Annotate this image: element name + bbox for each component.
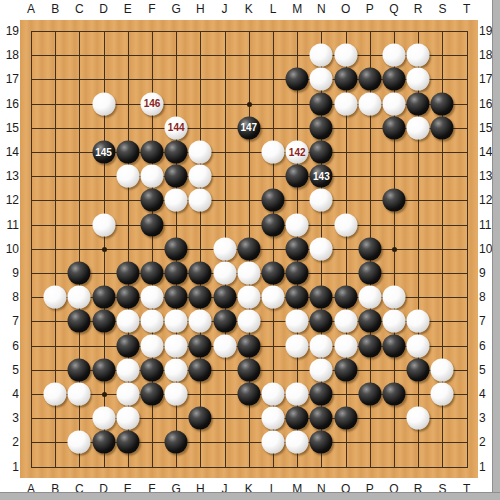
white-stone-F6[interactable] [141,334,164,357]
coordinate-label-row-left: 10 [0,242,19,256]
black-stone-K6[interactable] [237,334,260,357]
white-stone-R15[interactable] [407,116,430,139]
black-stone-F9[interactable] [141,262,164,285]
coordinate-label-row-left: 2 [0,435,19,449]
black-stone-O5[interactable] [334,358,357,381]
coordinate-label-row-left: 9 [0,266,19,280]
black-stone-P17[interactable] [358,68,381,91]
white-stone-M14[interactable]: 142 [286,141,309,164]
black-stone-L9[interactable] [262,262,285,285]
white-stone-J6[interactable] [213,334,236,357]
coordinate-label-row-left: 11 [0,218,19,232]
white-stone-K9[interactable] [237,262,260,285]
white-stone-Q8[interactable] [383,286,406,309]
white-stone-L14[interactable] [262,141,285,164]
black-stone-N13[interactable]: 143 [310,165,333,188]
black-stone-N3[interactable] [310,407,333,430]
coordinate-label-column-top: S [430,2,454,16]
white-stone-K7[interactable] [237,310,260,333]
coordinate-label-column-top: P [358,2,382,16]
white-stone-S5[interactable] [431,358,454,381]
white-stone-H13[interactable] [189,165,212,188]
black-stone-G10[interactable] [165,237,188,260]
black-stone-N16[interactable] [310,92,333,115]
black-stone-O17[interactable] [334,68,357,91]
black-stone-F5[interactable] [141,358,164,381]
black-stone-L11[interactable] [262,213,285,236]
white-stone-H12[interactable] [189,189,212,212]
black-stone-E14[interactable] [116,141,139,164]
white-stone-C2[interactable] [68,431,91,454]
black-stone-C7[interactable] [68,310,91,333]
white-stone-D11[interactable] [92,213,115,236]
black-stone-D14[interactable]: 145 [92,141,115,164]
white-stone-R3[interactable] [407,407,430,430]
black-stone-J8[interactable] [213,286,236,309]
black-stone-N4[interactable] [310,383,333,406]
hoshi-point [392,247,397,252]
white-stone-N17[interactable] [310,68,333,91]
hoshi-point [247,102,252,107]
white-stone-R18[interactable] [407,44,430,67]
white-stone-O6[interactable] [334,334,357,357]
coordinate-label-column-top: T [455,2,479,16]
black-stone-D5[interactable] [92,358,115,381]
black-stone-C9[interactable] [68,262,91,285]
black-stone-M8[interactable] [286,286,309,309]
coordinate-label-column-top: C [67,2,91,16]
white-stone-F13[interactable] [141,165,164,188]
white-stone-N12[interactable] [310,189,333,212]
white-stone-G4[interactable] [165,383,188,406]
black-stone-S16[interactable] [431,92,454,115]
black-stone-M17[interactable] [286,68,309,91]
coordinate-label-column-top: Q [382,2,406,16]
black-stone-R16[interactable] [407,92,430,115]
white-stone-J10[interactable] [213,237,236,260]
white-stone-G15[interactable]: 144 [165,116,188,139]
black-stone-G8[interactable] [165,286,188,309]
white-stone-M11[interactable] [286,213,309,236]
black-stone-H3[interactable] [189,407,212,430]
white-stone-G12[interactable] [165,189,188,212]
black-stone-N7[interactable] [310,310,333,333]
white-stone-F8[interactable] [141,286,164,309]
grid-line-horizontal [31,467,468,468]
coordinate-label-column-top: L [261,2,285,16]
white-stone-O7[interactable] [334,310,357,333]
white-stone-H7[interactable] [189,310,212,333]
horizontal-scrollbar[interactable] [0,492,500,500]
move-number-label: 143 [313,171,330,181]
white-stone-S4[interactable] [431,383,454,406]
white-stone-R17[interactable] [407,68,430,91]
white-stone-N6[interactable] [310,334,333,357]
black-stone-N2[interactable] [310,431,333,454]
coordinate-label-column-top: D [92,2,116,16]
white-stone-L4[interactable] [262,383,285,406]
white-stone-C4[interactable] [68,383,91,406]
black-stone-G13[interactable] [165,165,188,188]
white-stone-R7[interactable] [407,310,430,333]
black-stone-D2[interactable] [92,431,115,454]
black-stone-S15[interactable] [431,116,454,139]
black-stone-P7[interactable] [358,310,381,333]
black-stone-N14[interactable] [310,141,333,164]
black-stone-F11[interactable] [141,213,164,236]
coordinate-label-column-top: M [285,2,309,16]
white-stone-P8[interactable] [358,286,381,309]
white-stone-O16[interactable] [334,92,357,115]
black-stone-H6[interactable] [189,334,212,357]
black-stone-P6[interactable] [358,334,381,357]
coordinate-label-row-left: 14 [0,145,19,159]
coordinate-label-row-left: 18 [0,48,19,62]
white-stone-E3[interactable] [116,407,139,430]
coordinate-label-column-top: R [406,2,430,16]
black-stone-E2[interactable] [116,431,139,454]
white-stone-N18[interactable] [310,44,333,67]
black-stone-D8[interactable] [92,286,115,309]
coordinate-label-row-left: 15 [0,121,19,135]
white-stone-P16[interactable] [358,92,381,115]
black-stone-M10[interactable] [286,237,309,260]
black-stone-N15[interactable] [310,116,333,139]
white-stone-R6[interactable] [407,334,430,357]
black-stone-H9[interactable] [189,262,212,285]
coordinate-label-column-top: G [164,2,188,16]
black-stone-M13[interactable] [286,165,309,188]
black-stone-O3[interactable] [334,407,357,430]
coordinate-label-row-left: 1 [0,460,19,474]
hoshi-point [102,247,107,252]
black-stone-N8[interactable] [310,286,333,309]
white-stone-G7[interactable] [165,310,188,333]
white-stone-J9[interactable] [213,262,236,285]
white-stone-E7[interactable] [116,310,139,333]
black-stone-P9[interactable] [358,262,381,285]
coordinate-label-row-left: 19 [0,24,19,38]
white-stone-Q18[interactable] [383,44,406,67]
coordinate-label-column-top: K [237,2,261,16]
coordinate-label-row-left: 5 [0,363,19,377]
black-stone-K4[interactable] [237,383,260,406]
black-stone-Q6[interactable] [383,334,406,357]
black-stone-O8[interactable] [334,286,357,309]
black-stone-F12[interactable] [141,189,164,212]
black-stone-M9[interactable] [286,262,309,285]
white-stone-L2[interactable] [262,431,285,454]
black-stone-Q12[interactable] [383,189,406,212]
move-number-label: 144 [168,123,185,133]
grid-line-vertical [467,31,468,468]
black-stone-G9[interactable] [165,262,188,285]
coordinate-label-row-left: 16 [0,97,19,111]
white-stone-F7[interactable] [141,310,164,333]
coordinate-label-column-top: N [309,2,333,16]
white-stone-O11[interactable] [334,213,357,236]
coordinate-label-column-top: B [43,2,67,16]
white-stone-L3[interactable] [262,407,285,430]
white-stone-O18[interactable] [334,44,357,67]
black-stone-K10[interactable] [237,237,260,260]
white-stone-C8[interactable] [68,286,91,309]
black-stone-R5[interactable] [407,358,430,381]
coordinate-label-row-left: 7 [0,314,19,328]
coordinate-label-row-left: 4 [0,387,19,401]
black-stone-C5[interactable] [68,358,91,381]
coordinate-label-row-left: 13 [0,169,19,183]
coordinate-label-row-left: 8 [0,290,19,304]
white-stone-E13[interactable] [116,165,139,188]
white-stone-N10[interactable] [310,237,333,260]
white-stone-D3[interactable] [92,407,115,430]
black-stone-H5[interactable] [189,358,212,381]
white-stone-K8[interactable] [237,286,260,309]
coordinate-label-column-top: H [188,2,212,16]
black-stone-D7[interactable] [92,310,115,333]
coordinate-label-column-top: A [19,2,43,16]
white-stone-M2[interactable] [286,431,309,454]
white-stone-L8[interactable] [262,286,285,309]
coordinate-label-column-top: J [213,2,237,16]
white-stone-M7[interactable] [286,310,309,333]
move-number-label: 142 [289,147,306,157]
coordinate-label-row-left: 12 [0,193,19,207]
black-stone-L12[interactable] [262,189,285,212]
white-stone-G6[interactable] [165,334,188,357]
black-stone-P4[interactable] [358,383,381,406]
white-stone-B8[interactable] [44,286,67,309]
black-stone-P10[interactable] [358,237,381,260]
white-stone-G5[interactable] [165,358,188,381]
coordinate-label-column-top: O [334,2,358,16]
coordinate-label-column-top: E [116,2,140,16]
black-stone-E8[interactable] [116,286,139,309]
move-number-label: 145 [95,147,112,157]
coordinate-label-row-left: 17 [0,72,19,86]
white-stone-M6[interactable] [286,334,309,357]
black-stone-E9[interactable] [116,262,139,285]
white-stone-M4[interactable] [286,383,309,406]
black-stone-E6[interactable] [116,334,139,357]
move-number-label: 147 [240,123,257,133]
black-stone-Q17[interactable] [383,68,406,91]
vertical-scrollbar[interactable] [492,0,500,500]
black-stone-J7[interactable] [213,310,236,333]
black-stone-M3[interactable] [286,407,309,430]
white-stone-D16[interactable] [92,92,115,115]
white-stone-N5[interactable] [310,358,333,381]
white-stone-Q7[interactable] [383,310,406,333]
black-stone-K15[interactable]: 147 [237,116,260,139]
white-stone-Q16[interactable] [383,92,406,115]
move-number-label: 146 [144,99,161,109]
coordinate-label-column-top: F [140,2,164,16]
go-app-window: AABBCCDDEEFFGGHHJJKKLLMMNNOOPPQQRRSSTT19… [0,0,500,500]
black-stone-K5[interactable] [237,358,260,381]
white-stone-F16[interactable]: 146 [141,92,164,115]
black-stone-G14[interactable] [165,141,188,164]
black-stone-G2[interactable] [165,431,188,454]
hoshi-point [102,392,107,397]
black-stone-H8[interactable] [189,286,212,309]
black-stone-Q4[interactable] [383,383,406,406]
black-stone-F14[interactable] [141,141,164,164]
white-stone-E4[interactable] [116,383,139,406]
white-stone-H14[interactable] [189,141,212,164]
coordinate-label-row-left: 3 [0,411,19,425]
coordinate-label-row-left: 6 [0,339,19,353]
white-stone-B4[interactable] [44,383,67,406]
black-stone-F4[interactable] [141,383,164,406]
black-stone-Q15[interactable] [383,116,406,139]
white-stone-E5[interactable] [116,358,139,381]
